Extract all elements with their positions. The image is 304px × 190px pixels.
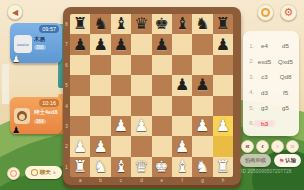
black-clock: 09:57 [39, 25, 59, 33]
move-row-current: 6. h3 [243, 116, 299, 132]
white-avatar [14, 108, 30, 124]
square-g6[interactable] [192, 55, 212, 75]
white-move[interactable]: c3 [254, 73, 275, 80]
square-f2[interactable]: ♟ [172, 136, 192, 156]
move-row: 2. exd5 Qxd5 [243, 54, 299, 70]
white-n-b1: ♞ [93, 159, 107, 175]
chat-button[interactable]: 聊天 ∧ [25, 166, 62, 179]
previous-move-button[interactable]: ‹ [256, 140, 269, 153]
chat-label: 聊天 [40, 169, 51, 176]
square-f4[interactable] [172, 96, 192, 116]
last-move-button[interactable]: » [286, 140, 299, 153]
square-f6[interactable] [172, 55, 192, 75]
square-g1[interactable]: ♞ [192, 157, 212, 177]
medal-icon [261, 8, 270, 17]
first-move-button[interactable]: « [241, 140, 254, 153]
black-p-e7: ♟ [155, 37, 169, 53]
black-move[interactable]: f5 [275, 89, 296, 96]
square-h6[interactable] [213, 55, 233, 75]
square-d3[interactable]: ♟ [131, 116, 151, 136]
white-player-rating: 364 [34, 119, 46, 124]
square-c3[interactable]: ♟ [111, 116, 131, 136]
black-avatar-placeholder-text: awatar [17, 42, 29, 47]
last-move-icon: » [290, 143, 294, 151]
square-g5[interactable]: ♟ [192, 75, 212, 95]
emote-button[interactable] [7, 167, 20, 180]
square-h1[interactable]: ♜ [213, 157, 233, 177]
white-q-d1: ♛ [134, 159, 148, 175]
move-number: 1. [243, 43, 254, 49]
rank-label-5: 5 [63, 83, 70, 88]
square-f7[interactable] [172, 34, 192, 54]
speech-bubble-icon [31, 169, 38, 176]
rank-label-4: 4 [63, 104, 70, 109]
square-e8[interactable]: ♚ [152, 14, 172, 34]
square-c5[interactable] [111, 75, 131, 95]
square-e7[interactable]: ♟ [152, 34, 172, 54]
white-k-e1: ♚ [155, 159, 169, 175]
chess-board: ♜♞♝♛♚♝♞♜♟♟♟♟♟♟♟♟♟♟♟♟♟♟♜♞♝♛♚♝♞♜ [63, 7, 241, 185]
square-f8[interactable]: ♝ [172, 14, 192, 34]
chevron-up-icon: ∧ [53, 170, 56, 175]
black-p-a7: ♟ [73, 37, 87, 53]
square-b3[interactable] [90, 116, 110, 136]
square-h2[interactable] [213, 136, 233, 156]
square-a4[interactable] [70, 96, 90, 116]
black-r-h8: ♜ [216, 16, 230, 32]
file-label-e: e [152, 178, 172, 183]
black-b-c8: ♝ [114, 16, 128, 32]
move-row: 1. e4 d5 [243, 38, 299, 54]
black-p-b7: ♟ [93, 37, 107, 53]
white-n-g1: ♞ [195, 159, 209, 175]
square-d7[interactable] [131, 34, 151, 54]
current-move[interactable]: h3 [254, 120, 275, 127]
offer-draw-button[interactable]: 协商和棋 [240, 154, 271, 167]
game-id: ID 2050090507207728 [241, 169, 292, 174]
white-p-f2: ♟ [175, 139, 189, 155]
square-d2[interactable] [131, 136, 151, 156]
captured-white-pawn-icon: ♟ [12, 55, 20, 64]
black-q-d8: ♛ [134, 16, 148, 32]
square-c1[interactable]: ♝ [111, 157, 131, 177]
black-player-name: 木易 [34, 36, 45, 43]
move-list-panel: 1. e4 d5 2. exd5 Qxd5 3. c3 Qd8 4. d3 f5… [243, 31, 299, 136]
square-e3[interactable] [152, 116, 172, 136]
player-card-black[interactable]: 09:57 awatar 木易 368 ♟ [10, 23, 62, 63]
previous-move-icon: ‹ [261, 143, 264, 151]
white-b-c1: ♝ [114, 159, 128, 175]
black-p-g5: ♟ [195, 77, 209, 93]
move-number: 5. [243, 105, 254, 111]
white-move[interactable]: e4 [254, 42, 275, 49]
rank-label-1: 1 [63, 165, 70, 170]
square-f3[interactable] [172, 116, 192, 136]
file-label-a: a [70, 178, 90, 183]
square-b5[interactable] [90, 75, 110, 95]
move-number: 3. [243, 74, 254, 80]
square-d6[interactable] [131, 55, 151, 75]
square-h4[interactable] [213, 96, 233, 116]
white-p-c3: ♟ [114, 118, 128, 134]
game-screen: ◀ ♜♞♝♛♚♝♞♜♟♟♟♟♟♟♟♟♟♟♟♟♟♟♜♞♝♛♚♝♞♜ 8765432… [0, 0, 304, 190]
white-r-h1: ♜ [216, 159, 230, 175]
black-move[interactable]: Qd8 [275, 73, 296, 80]
square-c7[interactable]: ♟ [111, 34, 131, 54]
square-f5[interactable]: ♟ [172, 75, 192, 95]
white-p-b2: ♟ [93, 139, 107, 155]
rank-label-7: 7 [63, 42, 70, 47]
black-n-b8: ♞ [93, 16, 107, 32]
black-p-c7: ♟ [114, 37, 128, 53]
square-h7[interactable]: ♟ [213, 34, 233, 54]
black-player-rating: 368 [34, 45, 46, 50]
white-clock: 10:16 [39, 99, 59, 107]
square-g8[interactable]: ♞ [192, 14, 212, 34]
white-p-d3: ♟ [134, 118, 148, 134]
move-row: 3. c3 Qd8 [243, 69, 299, 85]
white-move[interactable]: exd5 [254, 58, 275, 65]
square-d8[interactable]: ♛ [131, 14, 151, 34]
resign-button[interactable]: ⚑ 认输 [274, 154, 301, 167]
white-move[interactable]: d3 [254, 89, 275, 96]
white-p-g3: ♟ [195, 118, 209, 134]
rank-label-3: 3 [63, 124, 70, 129]
square-a7[interactable]: ♟ [70, 34, 90, 54]
black-k-e8: ♚ [155, 16, 169, 32]
offer-draw-label: 协商和棋 [245, 157, 266, 164]
square-e4[interactable] [152, 96, 172, 116]
square-h3[interactable]: ♟ [213, 116, 233, 136]
move-row: 4. d3 f5 [243, 85, 299, 101]
file-label-c: c [111, 178, 131, 183]
player-card-white[interactable]: 10:16 绅士4ed8 364 ♟ [10, 97, 62, 134]
square-a5[interactable] [70, 75, 90, 95]
square-a2[interactable]: ♟ [70, 136, 90, 156]
square-f1[interactable]: ♝ [172, 157, 192, 177]
white-r-a1: ♜ [73, 159, 87, 175]
black-p-f5: ♟ [175, 77, 189, 93]
white-b-f1: ♝ [175, 159, 189, 175]
droplet-icon [10, 170, 17, 177]
next-move-button[interactable]: › [271, 140, 284, 153]
white-p-h3: ♟ [216, 118, 230, 134]
first-move-icon: « [245, 143, 249, 151]
resign-flag-icon: ⚑ [279, 157, 284, 164]
rank-label-8: 8 [63, 22, 70, 27]
board-grid: ♜♞♝♛♚♝♞♜♟♟♟♟♟♟♟♟♟♟♟♟♟♟♜♞♝♛♚♝♞♜ [70, 14, 233, 177]
file-label-b: b [90, 178, 110, 183]
file-label-d: d [131, 178, 151, 183]
rank-label-6: 6 [63, 63, 70, 68]
black-avatar: awatar [14, 35, 32, 53]
black-n-g8: ♞ [195, 16, 209, 32]
square-b4[interactable] [90, 96, 110, 116]
black-move[interactable]: d5 [275, 42, 296, 49]
square-b7[interactable]: ♟ [90, 34, 110, 54]
white-avatar-face [17, 111, 27, 121]
square-a6[interactable] [70, 55, 90, 75]
square-b1[interactable]: ♞ [90, 157, 110, 177]
move-row: 5. g3 g5 [243, 100, 299, 116]
white-player-name: 绅士4ed8 [34, 109, 58, 116]
black-r-a8: ♜ [73, 16, 87, 32]
settings-button[interactable]: ⚙ [280, 4, 297, 21]
white-p-a2: ♟ [73, 139, 87, 155]
square-d5[interactable] [131, 75, 151, 95]
square-e2[interactable] [152, 136, 172, 156]
analysis-button[interactable] [257, 4, 274, 21]
black-move[interactable]: Qxd5 [275, 58, 296, 65]
square-g2[interactable] [192, 136, 212, 156]
square-c6[interactable] [111, 55, 131, 75]
square-c8[interactable]: ♝ [111, 14, 131, 34]
square-c2[interactable] [111, 136, 131, 156]
gear-icon: ⚙ [284, 7, 294, 18]
square-b8[interactable]: ♞ [90, 14, 110, 34]
file-label-g: g [192, 178, 212, 183]
background-tower [2, 64, 9, 104]
square-e1[interactable]: ♚ [152, 157, 172, 177]
square-g3[interactable]: ♟ [192, 116, 212, 136]
back-button[interactable]: ◀ [7, 4, 23, 20]
move-number: 2. [243, 58, 254, 64]
square-a3[interactable] [70, 116, 90, 136]
next-move-icon: › [276, 143, 279, 151]
square-a1[interactable]: ♜ [70, 157, 90, 177]
white-move[interactable]: g3 [254, 104, 275, 111]
move-number: 4. [243, 89, 254, 95]
square-h8[interactable]: ♜ [213, 14, 233, 34]
square-e5[interactable] [152, 75, 172, 95]
captured-black-pawn-icon: ♟ [12, 126, 20, 135]
square-e6[interactable] [152, 55, 172, 75]
square-b6[interactable] [90, 55, 110, 75]
square-g7[interactable] [192, 34, 212, 54]
black-p-h7: ♟ [216, 37, 230, 53]
square-c4[interactable] [111, 96, 131, 116]
black-b-f8: ♝ [175, 16, 189, 32]
square-d1[interactable]: ♛ [131, 157, 151, 177]
square-b2[interactable]: ♟ [90, 136, 110, 156]
rank-label-2: 2 [63, 144, 70, 149]
file-label-h: h [213, 178, 233, 183]
back-arrow-icon: ◀ [12, 8, 18, 17]
square-h5[interactable] [213, 75, 233, 95]
black-move[interactable]: g5 [275, 104, 296, 111]
resign-label: 认输 [286, 157, 296, 164]
move-number: 6. [243, 120, 254, 126]
file-label-f: f [172, 178, 192, 183]
square-a8[interactable]: ♜ [70, 14, 90, 34]
square-g4[interactable] [192, 96, 212, 116]
square-d4[interactable] [131, 96, 151, 116]
